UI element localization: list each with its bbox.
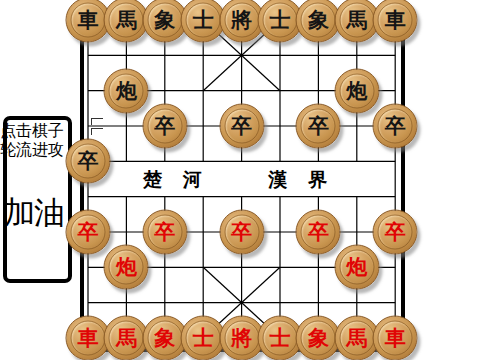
piece-character: 士 <box>193 9 214 30</box>
piece-character: 馬 <box>346 326 367 347</box>
xiangqi-piece-red[interactable]: 卒 <box>66 209 111 254</box>
grid-lines <box>88 20 395 338</box>
marker-bracket-top <box>91 118 103 125</box>
river-label-left: 楚河 <box>143 167 223 193</box>
xiangqi-piece-black[interactable]: 卒 <box>142 103 187 148</box>
piece-character: 馬 <box>116 9 137 30</box>
xiangqi-piece-red[interactable]: 卒 <box>142 209 187 254</box>
piece-character: 炮 <box>116 256 137 277</box>
xiangqi-piece-black[interactable]: 卒 <box>373 103 418 148</box>
piece-character: 卒 <box>154 220 175 241</box>
piece-character: 馬 <box>346 9 367 30</box>
piece-character: 將 <box>231 9 252 30</box>
xiangqi-piece-black[interactable]: 卒 <box>219 103 264 148</box>
piece-character: 卒 <box>385 114 406 135</box>
piece-character: 卒 <box>154 114 175 135</box>
xiangqi-board <box>0 0 480 360</box>
river-label-right: 漢界 <box>268 167 348 193</box>
piece-character: 車 <box>385 9 406 30</box>
piece-character: 卒 <box>308 114 329 135</box>
piece-character: 象 <box>308 326 329 347</box>
xiangqi-piece-black[interactable]: 炮 <box>334 68 379 113</box>
piece-character: 炮 <box>346 79 367 100</box>
xiangqi-piece-black[interactable]: 卒 <box>66 139 111 184</box>
xiangqi-piece-red[interactable]: 炮 <box>104 245 149 290</box>
board-outer-border <box>82 11 403 350</box>
piece-character: 象 <box>154 9 175 30</box>
piece-character: 車 <box>78 9 99 30</box>
xiangqi-piece-red[interactable]: 卒 <box>296 209 341 254</box>
xiangqi-piece-red[interactable]: 炮 <box>334 245 379 290</box>
piece-character: 炮 <box>346 256 367 277</box>
piece-character: 卒 <box>308 220 329 241</box>
piece-character: 炮 <box>116 79 137 100</box>
xiangqi-piece-black[interactable]: 炮 <box>104 68 149 113</box>
piece-character: 馬 <box>116 326 137 347</box>
piece-character: 士 <box>193 326 214 347</box>
piece-character: 卒 <box>385 220 406 241</box>
xiangqi-piece-red[interactable]: 車 <box>373 315 418 360</box>
xiangqi-piece-red[interactable]: 卒 <box>219 209 264 254</box>
piece-character: 將 <box>231 326 252 347</box>
piece-character: 卒 <box>78 220 99 241</box>
piece-character: 車 <box>78 326 99 347</box>
piece-character: 卒 <box>231 114 252 135</box>
marker-bracket-bottom <box>91 128 103 135</box>
piece-character: 卒 <box>231 220 252 241</box>
piece-character: 象 <box>154 326 175 347</box>
piece-character: 士 <box>270 326 291 347</box>
xiangqi-piece-red[interactable]: 卒 <box>373 209 418 254</box>
piece-character: 象 <box>308 9 329 30</box>
xiangqi-piece-black[interactable]: 卒 <box>296 103 341 148</box>
piece-character: 車 <box>385 326 406 347</box>
piece-character: 卒 <box>78 150 99 171</box>
piece-character: 士 <box>270 9 291 30</box>
